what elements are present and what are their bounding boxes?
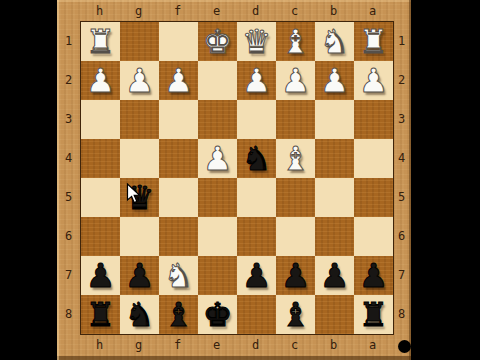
- black-rook-a8[interactable]: ♜: [359, 295, 389, 334]
- black-bishop-c8[interactable]: ♝: [281, 295, 311, 334]
- black-pawn-a7[interactable]: ♟: [359, 256, 389, 295]
- square-d2[interactable]: ♟: [237, 61, 276, 100]
- file-label-bottom-e: e: [197, 338, 236, 353]
- letterbox-left: [0, 0, 57, 360]
- video-frame: hgfedcba hgfedcba 12345678 12345678 ♜♚♛♝…: [0, 0, 480, 360]
- chess-board: ♜♚♛♝♞♜♟♟♟♟♟♟♟♟♞♝♛♟♟♞♟♟♟♟♜♞♝♚♝♜: [80, 21, 394, 335]
- black-pawn-b7[interactable]: ♟: [320, 256, 350, 295]
- square-f3[interactable]: [159, 100, 198, 139]
- square-d7[interactable]: ♟: [237, 256, 276, 295]
- letterbox-right: [411, 0, 480, 360]
- square-b3[interactable]: [315, 100, 354, 139]
- square-a1[interactable]: ♜: [354, 22, 393, 61]
- square-c8[interactable]: ♝: [276, 295, 315, 334]
- black-knight-d4[interactable]: ♞: [242, 139, 272, 178]
- square-c3[interactable]: [276, 100, 315, 139]
- white-pawn-g2[interactable]: ♟: [125, 61, 155, 100]
- square-e1[interactable]: ♚: [198, 22, 237, 61]
- black-king-e8[interactable]: ♚: [203, 295, 233, 334]
- white-pawn-f2[interactable]: ♟: [164, 61, 194, 100]
- square-d8[interactable]: [237, 295, 276, 334]
- rank-label-right-1: 1: [393, 21, 410, 60]
- square-e2[interactable]: [198, 61, 237, 100]
- square-b2[interactable]: ♟: [315, 61, 354, 100]
- rank-label-right-4: 4: [393, 138, 410, 177]
- rank-label-left-1: 1: [57, 21, 80, 60]
- square-g1[interactable]: [120, 22, 159, 61]
- white-knight-b1[interactable]: ♞: [320, 22, 350, 61]
- rank-label-left-2: 2: [57, 60, 80, 99]
- square-d1[interactable]: ♛: [237, 22, 276, 61]
- square-a2[interactable]: ♟: [354, 61, 393, 100]
- white-pawn-d2[interactable]: ♟: [242, 61, 272, 100]
- rank-label-right-2: 2: [393, 60, 410, 99]
- file-label-top-c: c: [275, 4, 314, 19]
- white-pawn-e4[interactable]: ♟: [203, 139, 233, 178]
- rank-label-left-7: 7: [57, 255, 80, 294]
- square-f5[interactable]: [159, 178, 198, 217]
- square-h3[interactable]: [81, 100, 120, 139]
- square-g2[interactable]: ♟: [120, 61, 159, 100]
- square-c6[interactable]: [276, 217, 315, 256]
- square-a8[interactable]: ♜: [354, 295, 393, 334]
- square-h1[interactable]: ♜: [81, 22, 120, 61]
- rank-label-left-5: 5: [57, 177, 80, 216]
- square-e8[interactable]: ♚: [198, 295, 237, 334]
- rank-labels-left: 12345678: [57, 21, 80, 333]
- mouse-cursor-icon: [126, 183, 141, 205]
- file-label-bottom-b: b: [314, 338, 353, 353]
- square-a5[interactable]: [354, 178, 393, 217]
- file-label-bottom-d: d: [236, 338, 275, 353]
- rank-label-right-5: 5: [393, 177, 410, 216]
- file-label-top-f: f: [158, 4, 197, 19]
- square-f7[interactable]: ♞: [159, 256, 198, 295]
- square-g3[interactable]: [120, 100, 159, 139]
- square-h4[interactable]: [81, 139, 120, 178]
- white-rook-a1[interactable]: ♜: [359, 22, 389, 61]
- file-label-bottom-g: g: [119, 338, 158, 353]
- white-king-e1[interactable]: ♚: [203, 22, 233, 61]
- rank-labels-right: 12345678: [393, 21, 410, 333]
- file-label-top-e: e: [197, 4, 236, 19]
- file-label-bottom-a: a: [353, 338, 392, 353]
- square-c7[interactable]: ♟: [276, 256, 315, 295]
- square-g8[interactable]: ♞: [120, 295, 159, 334]
- file-label-bottom-c: c: [275, 338, 314, 353]
- square-h6[interactable]: [81, 217, 120, 256]
- square-d3[interactable]: [237, 100, 276, 139]
- square-a6[interactable]: [354, 217, 393, 256]
- square-h2[interactable]: ♟: [81, 61, 120, 100]
- square-f1[interactable]: [159, 22, 198, 61]
- white-knight-f7[interactable]: ♞: [164, 256, 194, 295]
- square-h7[interactable]: ♟: [81, 256, 120, 295]
- square-d5[interactable]: [237, 178, 276, 217]
- black-pawn-g7[interactable]: ♟: [125, 256, 155, 295]
- square-e4[interactable]: ♟: [198, 139, 237, 178]
- square-a3[interactable]: [354, 100, 393, 139]
- square-g4[interactable]: [120, 139, 159, 178]
- square-b5[interactable]: [315, 178, 354, 217]
- square-e7[interactable]: [198, 256, 237, 295]
- file-label-top-a: a: [353, 4, 392, 19]
- rank-label-left-4: 4: [57, 138, 80, 177]
- file-label-top-b: b: [314, 4, 353, 19]
- file-label-bottom-f: f: [158, 338, 197, 353]
- white-pawn-b2[interactable]: ♟: [320, 61, 350, 100]
- black-pawn-d7[interactable]: ♟: [242, 256, 272, 295]
- black-pawn-c7[interactable]: ♟: [281, 256, 311, 295]
- white-pawn-h2[interactable]: ♟: [86, 61, 116, 100]
- black-pawn-h7[interactable]: ♟: [86, 256, 116, 295]
- rank-label-left-6: 6: [57, 216, 80, 255]
- rank-label-left-3: 3: [57, 99, 80, 138]
- white-pawn-c2[interactable]: ♟: [281, 61, 311, 100]
- square-h5[interactable]: [81, 178, 120, 217]
- square-b6[interactable]: [315, 217, 354, 256]
- square-h8[interactable]: ♜: [81, 295, 120, 334]
- square-a4[interactable]: [354, 139, 393, 178]
- square-g7[interactable]: ♟: [120, 256, 159, 295]
- square-a7[interactable]: ♟: [354, 256, 393, 295]
- square-e3[interactable]: [198, 100, 237, 139]
- white-queen-d1[interactable]: ♛: [242, 22, 272, 61]
- rank-label-right-8: 8: [393, 294, 410, 333]
- file-label-bottom-h: h: [80, 338, 119, 353]
- white-rook-h1[interactable]: ♜: [86, 22, 116, 61]
- rank-label-left-8: 8: [57, 294, 80, 333]
- square-b1[interactable]: ♞: [315, 22, 354, 61]
- file-label-top-d: d: [236, 4, 275, 19]
- square-f6[interactable]: [159, 217, 198, 256]
- file-labels-bottom: hgfedcba: [80, 338, 392, 353]
- rank-label-right-6: 6: [393, 216, 410, 255]
- square-b7[interactable]: ♟: [315, 256, 354, 295]
- white-bishop-c1[interactable]: ♝: [281, 22, 311, 61]
- square-e5[interactable]: [198, 178, 237, 217]
- square-c2[interactable]: ♟: [276, 61, 315, 100]
- rank-label-right-3: 3: [393, 99, 410, 138]
- square-d4[interactable]: ♞: [237, 139, 276, 178]
- black-knight-g8[interactable]: ♞: [125, 295, 155, 334]
- square-g6[interactable]: [120, 217, 159, 256]
- square-c1[interactable]: ♝: [276, 22, 315, 61]
- black-rook-h8[interactable]: ♜: [86, 295, 116, 334]
- square-d6[interactable]: [237, 217, 276, 256]
- white-bishop-c4[interactable]: ♝: [281, 139, 311, 178]
- square-b8[interactable]: [315, 295, 354, 334]
- square-f2[interactable]: ♟: [159, 61, 198, 100]
- side-to-move-indicator: [398, 340, 411, 353]
- file-label-top-g: g: [119, 4, 158, 19]
- square-b4[interactable]: [315, 139, 354, 178]
- square-f8[interactable]: ♝: [159, 295, 198, 334]
- file-label-top-h: h: [80, 4, 119, 19]
- square-f4[interactable]: [159, 139, 198, 178]
- file-labels-top: hgfedcba: [80, 4, 392, 19]
- black-bishop-f8[interactable]: ♝: [164, 295, 194, 334]
- square-c5[interactable]: [276, 178, 315, 217]
- square-c4[interactable]: ♝: [276, 139, 315, 178]
- rank-label-right-7: 7: [393, 255, 410, 294]
- square-e6[interactable]: [198, 217, 237, 256]
- white-pawn-a2[interactable]: ♟: [359, 61, 389, 100]
